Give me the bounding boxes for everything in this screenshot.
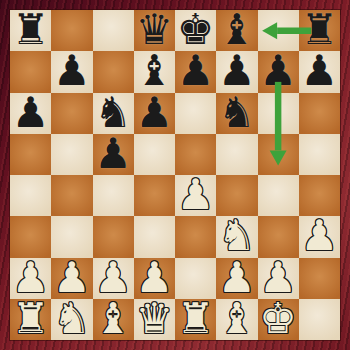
square-h5[interactable]: [299, 134, 340, 175]
piece-white-rook[interactable]: ♜: [177, 299, 215, 339]
piece-white-pawn[interactable]: ♟: [177, 175, 215, 215]
piece-black-pawn[interactable]: ♟: [94, 134, 132, 174]
piece-black-pawn[interactable]: ♟: [218, 51, 256, 91]
piece-white-bishop[interactable]: ♝: [218, 299, 256, 339]
square-g6[interactable]: [258, 93, 299, 134]
square-e1[interactable]: ♜: [175, 299, 216, 340]
piece-black-rook[interactable]: ♜: [301, 10, 339, 50]
piece-black-bishop[interactable]: ♝: [136, 51, 174, 91]
square-b3[interactable]: [51, 216, 92, 257]
piece-black-pawn[interactable]: ♟: [301, 51, 339, 91]
square-f3[interactable]: ♞: [216, 216, 257, 257]
piece-black-pawn[interactable]: ♟: [177, 51, 215, 91]
piece-white-bishop[interactable]: ♝: [94, 299, 132, 339]
square-b6[interactable]: [51, 93, 92, 134]
piece-white-pawn[interactable]: ♟: [12, 258, 50, 298]
square-h1[interactable]: [299, 299, 340, 340]
square-a6[interactable]: ♟: [10, 93, 51, 134]
square-c6[interactable]: ♞: [93, 93, 134, 134]
square-d3[interactable]: [134, 216, 175, 257]
square-c7[interactable]: [93, 51, 134, 92]
square-b2[interactable]: ♟: [51, 258, 92, 299]
piece-black-king[interactable]: ♚: [177, 10, 215, 50]
piece-black-queen[interactable]: ♛: [136, 10, 174, 50]
square-b7[interactable]: ♟: [51, 51, 92, 92]
square-g5[interactable]: [258, 134, 299, 175]
square-h7[interactable]: ♟: [299, 51, 340, 92]
piece-white-pawn[interactable]: ♟: [259, 258, 297, 298]
square-e4[interactable]: ♟: [175, 175, 216, 216]
piece-black-pawn[interactable]: ♟: [53, 51, 91, 91]
square-a7[interactable]: [10, 51, 51, 92]
square-f6[interactable]: ♞: [216, 93, 257, 134]
square-c2[interactable]: ♟: [93, 258, 134, 299]
square-h3[interactable]: ♟: [299, 216, 340, 257]
square-e7[interactable]: ♟: [175, 51, 216, 92]
piece-black-knight[interactable]: ♞: [218, 93, 256, 133]
chess-board-frame: ♜♛♚♝♜♟♝♟♟♟♟♟♞♟♞♟♟♞♟♟♟♟♟♟♟♜♞♝♛♜♝♚: [0, 0, 350, 350]
square-g7[interactable]: ♟: [258, 51, 299, 92]
square-d8[interactable]: ♛: [134, 10, 175, 51]
piece-white-pawn[interactable]: ♟: [136, 258, 174, 298]
square-h8[interactable]: ♜: [299, 10, 340, 51]
square-c1[interactable]: ♝: [93, 299, 134, 340]
square-b4[interactable]: [51, 175, 92, 216]
piece-white-rook[interactable]: ♜: [12, 299, 50, 339]
square-d2[interactable]: ♟: [134, 258, 175, 299]
square-f4[interactable]: [216, 175, 257, 216]
square-g8[interactable]: [258, 10, 299, 51]
square-h4[interactable]: [299, 175, 340, 216]
square-e5[interactable]: [175, 134, 216, 175]
piece-white-queen[interactable]: ♛: [136, 299, 174, 339]
piece-black-knight[interactable]: ♞: [94, 93, 132, 133]
square-g4[interactable]: [258, 175, 299, 216]
square-f7[interactable]: ♟: [216, 51, 257, 92]
square-d1[interactable]: ♛: [134, 299, 175, 340]
chess-board: ♜♛♚♝♜♟♝♟♟♟♟♟♞♟♞♟♟♞♟♟♟♟♟♟♟♜♞♝♛♜♝♚: [10, 10, 340, 340]
square-g1[interactable]: ♚: [258, 299, 299, 340]
square-h6[interactable]: [299, 93, 340, 134]
square-g3[interactable]: [258, 216, 299, 257]
square-f8[interactable]: ♝: [216, 10, 257, 51]
square-c5[interactable]: ♟: [93, 134, 134, 175]
square-a4[interactable]: [10, 175, 51, 216]
square-e6[interactable]: [175, 93, 216, 134]
square-g2[interactable]: ♟: [258, 258, 299, 299]
piece-black-pawn[interactable]: ♟: [259, 51, 297, 91]
square-e8[interactable]: ♚: [175, 10, 216, 51]
square-d4[interactable]: [134, 175, 175, 216]
piece-white-king[interactable]: ♚: [259, 299, 297, 339]
square-d7[interactable]: ♝: [134, 51, 175, 92]
piece-white-knight[interactable]: ♞: [53, 299, 91, 339]
square-e3[interactable]: [175, 216, 216, 257]
square-c3[interactable]: [93, 216, 134, 257]
square-a8[interactable]: ♜: [10, 10, 51, 51]
piece-black-rook[interactable]: ♜: [12, 10, 50, 50]
square-f5[interactable]: [216, 134, 257, 175]
piece-black-pawn[interactable]: ♟: [12, 93, 50, 133]
piece-white-pawn[interactable]: ♟: [53, 258, 91, 298]
square-d6[interactable]: ♟: [134, 93, 175, 134]
square-a1[interactable]: ♜: [10, 299, 51, 340]
square-a2[interactable]: ♟: [10, 258, 51, 299]
piece-white-pawn[interactable]: ♟: [218, 258, 256, 298]
piece-white-knight[interactable]: ♞: [218, 216, 256, 256]
square-h2[interactable]: [299, 258, 340, 299]
square-f1[interactable]: ♝: [216, 299, 257, 340]
piece-black-pawn[interactable]: ♟: [136, 93, 174, 133]
square-d5[interactable]: [134, 134, 175, 175]
square-a5[interactable]: [10, 134, 51, 175]
square-c4[interactable]: [93, 175, 134, 216]
square-e2[interactable]: [175, 258, 216, 299]
piece-white-pawn[interactable]: ♟: [94, 258, 132, 298]
square-a3[interactable]: [10, 216, 51, 257]
piece-black-bishop[interactable]: ♝: [218, 10, 256, 50]
square-c8[interactable]: [93, 10, 134, 51]
square-b1[interactable]: ♞: [51, 299, 92, 340]
piece-white-pawn[interactable]: ♟: [301, 216, 339, 256]
square-b5[interactable]: [51, 134, 92, 175]
square-f2[interactable]: ♟: [216, 258, 257, 299]
square-b8[interactable]: [51, 10, 92, 51]
